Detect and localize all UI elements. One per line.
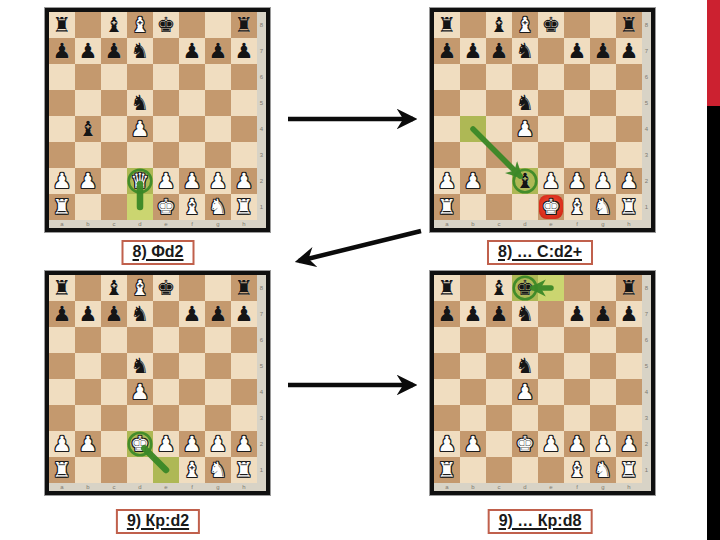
square-a4	[434, 116, 460, 142]
file-label-d: d	[512, 220, 538, 228]
square-e4	[538, 379, 564, 405]
piece-white-rook: ♜	[620, 457, 639, 483]
piece-white-pawn: ♟	[620, 431, 639, 457]
piece-black-king: ♚	[157, 275, 176, 301]
piece-black-king: ♚	[542, 12, 561, 38]
piece-white-rook: ♜	[438, 194, 457, 220]
square-b2: ♟	[460, 431, 486, 457]
square-g7: ♟	[590, 301, 616, 327]
square-f7: ♟	[179, 38, 205, 64]
square-a6	[49, 64, 75, 90]
board-1-rank-labels: 87654321	[257, 12, 266, 220]
piece-black-bishop: ♝	[516, 168, 535, 194]
square-c7: ♟	[486, 38, 512, 64]
square-b4	[460, 116, 486, 142]
square-d4: ♟	[512, 116, 538, 142]
piece-white-rook: ♜	[235, 194, 254, 220]
square-d5: ♞	[127, 90, 153, 116]
board-2-rank-labels: 87654321	[642, 12, 651, 220]
piece-black-pawn: ♟	[568, 301, 587, 327]
piece-white-bishop: ♝	[131, 12, 150, 38]
square-g7: ♟	[205, 38, 231, 64]
square-f7: ♟	[564, 38, 590, 64]
arrow-board2-to-board3	[299, 231, 421, 261]
piece-black-pawn: ♟	[235, 38, 254, 64]
piece-black-pawn: ♟	[235, 301, 254, 327]
square-a3	[49, 142, 75, 168]
square-g4	[590, 379, 616, 405]
piece-black-knight: ♞	[131, 301, 150, 327]
square-h8: ♜	[616, 12, 642, 38]
piece-white-knight: ♞	[209, 457, 228, 483]
piece-black-pawn: ♟	[594, 38, 613, 64]
piece-white-pawn: ♟	[464, 431, 483, 457]
square-e1	[538, 457, 564, 483]
rank-label-1: 1	[642, 194, 651, 220]
square-g8	[205, 12, 231, 38]
square-e2: ♟	[538, 431, 564, 457]
square-g1: ♞	[590, 194, 616, 220]
chess-board-3: ♜♝♝♚♜♟♟♟♞♟♟♟♞♟♟♟♚♟♟♟♟♜♝♞♜ 87654321 abcde…	[44, 270, 271, 496]
board-2-squares: ♜♝♝♚♜♟♟♟♞♟♟♟♞♟♟♟♝♟♟♟♟♜♚♝♞♜	[434, 12, 642, 220]
square-g2: ♟	[205, 168, 231, 194]
square-g4	[590, 116, 616, 142]
square-f5	[564, 90, 590, 116]
square-c8: ♝	[486, 12, 512, 38]
square-f4	[179, 116, 205, 142]
piece-black-bishop: ♝	[79, 116, 98, 142]
file-label-f: f	[564, 220, 590, 228]
square-g8	[590, 275, 616, 301]
rank-label-6: 6	[642, 64, 651, 90]
square-d5: ♞	[127, 353, 153, 379]
square-d3	[127, 142, 153, 168]
piece-white-pawn: ♟	[157, 431, 176, 457]
square-d4: ♟	[127, 379, 153, 405]
piece-black-knight: ♞	[131, 353, 150, 379]
rank-label-8: 8	[642, 275, 651, 301]
square-c3	[486, 142, 512, 168]
piece-white-bishop: ♝	[183, 457, 202, 483]
file-label-g: g	[590, 220, 616, 228]
rank-label-2: 2	[642, 168, 651, 194]
square-c4	[101, 379, 127, 405]
square-d8: ♝	[512, 12, 538, 38]
square-a6	[49, 327, 75, 353]
square-g8	[590, 12, 616, 38]
piece-black-pawn: ♟	[183, 301, 202, 327]
square-h7: ♟	[616, 38, 642, 64]
file-label-d: d	[127, 483, 153, 491]
square-f5	[564, 353, 590, 379]
square-b5	[460, 353, 486, 379]
square-g3	[590, 405, 616, 431]
square-g6	[205, 327, 231, 353]
square-c6	[101, 64, 127, 90]
piece-black-pawn: ♟	[464, 301, 483, 327]
file-label-b: b	[460, 220, 486, 228]
square-e5	[153, 353, 179, 379]
square-f4	[564, 379, 590, 405]
square-h3	[231, 405, 257, 431]
square-b2: ♟	[460, 168, 486, 194]
square-a5	[434, 353, 460, 379]
square-a7: ♟	[434, 38, 460, 64]
square-b7: ♟	[75, 301, 101, 327]
piece-white-pawn: ♟	[183, 168, 202, 194]
piece-black-pawn: ♟	[79, 301, 98, 327]
square-b2: ♟	[75, 168, 101, 194]
square-c8: ♝	[101, 12, 127, 38]
rank-label-3: 3	[642, 405, 651, 431]
rank-label-8: 8	[257, 12, 266, 38]
piece-white-pawn: ♟	[131, 116, 150, 142]
square-d7: ♞	[127, 38, 153, 64]
square-e1: ♚	[538, 194, 564, 220]
square-g5	[590, 353, 616, 379]
piece-black-rook: ♜	[438, 275, 457, 301]
piece-white-king: ♚	[131, 431, 150, 457]
file-label-g: g	[205, 483, 231, 491]
rank-label-8: 8	[642, 12, 651, 38]
square-c3	[101, 142, 127, 168]
piece-black-pawn: ♟	[490, 38, 509, 64]
board-1-squares: ♜♝♝♚♜♟♟♟♞♟♟♟♞♝♟♟♟♛♟♟♟♟♜♚♝♞♜	[49, 12, 257, 220]
square-e8: ♚	[538, 12, 564, 38]
square-f8	[564, 12, 590, 38]
square-c1	[486, 194, 512, 220]
square-b2: ♟	[75, 431, 101, 457]
file-label-c: c	[101, 220, 127, 228]
square-g6	[205, 64, 231, 90]
piece-black-pawn: ♟	[568, 38, 587, 64]
file-label-e: e	[538, 483, 564, 491]
square-a6	[434, 327, 460, 353]
square-g4	[205, 116, 231, 142]
board-4-file-labels: abcdefgh	[434, 483, 642, 491]
piece-black-pawn: ♟	[209, 38, 228, 64]
square-g6	[590, 327, 616, 353]
piece-black-bishop: ♝	[490, 275, 509, 301]
piece-white-pawn: ♟	[594, 431, 613, 457]
file-label-d: d	[127, 220, 153, 228]
file-label-e: e	[538, 220, 564, 228]
square-e5	[538, 353, 564, 379]
square-a3	[434, 405, 460, 431]
square-b5	[75, 353, 101, 379]
piece-black-knight: ♞	[516, 38, 535, 64]
square-c4	[486, 379, 512, 405]
piece-black-pawn: ♟	[594, 301, 613, 327]
square-a2: ♟	[434, 168, 460, 194]
board-4-corner	[642, 483, 651, 491]
piece-white-bishop: ♝	[568, 457, 587, 483]
piece-white-bishop: ♝	[131, 275, 150, 301]
piece-black-rook: ♜	[53, 12, 72, 38]
square-f3	[564, 405, 590, 431]
piece-white-pawn: ♟	[516, 379, 535, 405]
square-d7: ♞	[512, 301, 538, 327]
piece-black-rook: ♜	[620, 275, 639, 301]
square-e2: ♟	[538, 168, 564, 194]
rank-label-5: 5	[642, 90, 651, 116]
square-h6	[231, 64, 257, 90]
square-d2: ♛	[127, 168, 153, 194]
file-label-h: h	[231, 483, 257, 491]
board-1-corner	[257, 220, 266, 228]
square-f8	[179, 12, 205, 38]
rank-label-2: 2	[257, 168, 266, 194]
square-h4	[616, 379, 642, 405]
piece-white-bishop: ♝	[568, 194, 587, 220]
square-d6	[512, 64, 538, 90]
chess-board-4: ♜♝♚♜♟♟♟♞♟♟♟♞♟♟♟♚♟♟♟♟♜♝♞♜ 87654321 abcdef…	[429, 270, 656, 496]
square-h6	[616, 64, 642, 90]
square-h1: ♜	[231, 194, 257, 220]
square-b8	[460, 12, 486, 38]
square-e1: ♚	[153, 194, 179, 220]
square-b8	[460, 275, 486, 301]
piece-white-pawn: ♟	[79, 431, 98, 457]
piece-black-pawn: ♟	[620, 38, 639, 64]
square-d8: ♝	[127, 12, 153, 38]
square-c2	[486, 168, 512, 194]
square-a3	[434, 142, 460, 168]
square-h8: ♜	[231, 12, 257, 38]
square-h7: ♟	[616, 301, 642, 327]
square-h3	[616, 142, 642, 168]
square-h5	[231, 90, 257, 116]
square-d3	[512, 142, 538, 168]
square-h4	[231, 379, 257, 405]
piece-white-pawn: ♟	[464, 168, 483, 194]
square-e5	[538, 90, 564, 116]
square-e8	[538, 275, 564, 301]
square-a8: ♜	[49, 275, 75, 301]
file-label-c: c	[486, 483, 512, 491]
square-b5	[460, 90, 486, 116]
square-c2	[101, 431, 127, 457]
square-f3	[564, 142, 590, 168]
square-c4	[486, 116, 512, 142]
move-label-3: 9) Кр:d2	[116, 509, 200, 534]
file-label-a: a	[49, 220, 75, 228]
piece-white-pawn: ♟	[235, 431, 254, 457]
square-e4	[538, 116, 564, 142]
square-c2	[101, 168, 127, 194]
board-3-rank-labels: 87654321	[257, 275, 266, 483]
square-h1: ♜	[616, 457, 642, 483]
square-d8: ♚	[512, 275, 538, 301]
file-label-g: g	[205, 220, 231, 228]
piece-black-rook: ♜	[53, 275, 72, 301]
piece-black-pawn: ♟	[490, 301, 509, 327]
piece-black-knight: ♞	[131, 38, 150, 64]
board-3-file-labels: abcdefgh	[49, 483, 257, 491]
square-e3	[153, 142, 179, 168]
square-g8	[205, 275, 231, 301]
piece-white-pawn: ♟	[209, 431, 228, 457]
board-4-squares: ♜♝♚♜♟♟♟♞♟♟♟♞♟♟♟♚♟♟♟♟♜♝♞♜	[434, 275, 642, 483]
square-g5	[590, 90, 616, 116]
square-a5	[49, 90, 75, 116]
square-g4	[205, 379, 231, 405]
square-f1: ♝	[564, 194, 590, 220]
square-d4: ♟	[512, 379, 538, 405]
file-label-f: f	[564, 483, 590, 491]
square-b3	[460, 142, 486, 168]
square-a1: ♜	[434, 194, 460, 220]
file-label-a: a	[434, 483, 460, 491]
piece-white-pawn: ♟	[79, 168, 98, 194]
square-f8	[179, 275, 205, 301]
square-a7: ♟	[49, 301, 75, 327]
square-f7: ♟	[179, 301, 205, 327]
board-2-corner	[642, 220, 651, 228]
piece-black-pawn: ♟	[438, 301, 457, 327]
piece-black-pawn: ♟	[53, 301, 72, 327]
square-g2: ♟	[205, 431, 231, 457]
move-label-2: 8) … С:d2+	[487, 240, 593, 265]
square-g7: ♟	[590, 38, 616, 64]
piece-black-rook: ♜	[235, 275, 254, 301]
square-b1	[75, 457, 101, 483]
piece-white-rook: ♜	[235, 457, 254, 483]
piece-white-pawn: ♟	[516, 116, 535, 142]
square-h7: ♟	[231, 38, 257, 64]
square-a8: ♜	[434, 12, 460, 38]
square-a5	[49, 353, 75, 379]
piece-white-rook: ♜	[438, 457, 457, 483]
piece-black-pawn: ♟	[438, 38, 457, 64]
square-e8: ♚	[153, 12, 179, 38]
piece-white-pawn: ♟	[131, 379, 150, 405]
square-g3	[205, 405, 231, 431]
piece-black-bishop: ♝	[105, 12, 124, 38]
square-a7: ♟	[49, 38, 75, 64]
square-g2: ♟	[590, 431, 616, 457]
piece-white-pawn: ♟	[209, 168, 228, 194]
file-label-f: f	[179, 220, 205, 228]
square-b3	[75, 142, 101, 168]
square-g6	[590, 64, 616, 90]
square-c2	[486, 431, 512, 457]
square-d3	[127, 405, 153, 431]
square-g5	[205, 90, 231, 116]
square-d1	[512, 457, 538, 483]
square-f2: ♟	[564, 168, 590, 194]
piece-white-pawn: ♟	[438, 168, 457, 194]
square-d2: ♚	[512, 431, 538, 457]
board-3-squares: ♜♝♝♚♜♟♟♟♞♟♟♟♞♟♟♟♚♟♟♟♟♜♝♞♜	[49, 275, 257, 483]
file-label-e: e	[153, 220, 179, 228]
square-a1: ♜	[49, 194, 75, 220]
piece-black-pawn: ♟	[105, 301, 124, 327]
square-a2: ♟	[434, 431, 460, 457]
square-d4: ♟	[127, 116, 153, 142]
file-label-f: f	[179, 483, 205, 491]
square-f1: ♝	[179, 194, 205, 220]
rank-label-5: 5	[257, 353, 266, 379]
piece-white-pawn: ♟	[542, 431, 561, 457]
square-e6	[538, 64, 564, 90]
file-label-g: g	[590, 483, 616, 491]
piece-white-knight: ♞	[594, 457, 613, 483]
square-d1	[127, 457, 153, 483]
square-f2: ♟	[564, 431, 590, 457]
piece-black-pawn: ♟	[105, 38, 124, 64]
square-d6	[127, 64, 153, 90]
square-a8: ♜	[434, 275, 460, 301]
square-b8	[75, 275, 101, 301]
square-f3	[179, 405, 205, 431]
square-a1: ♜	[49, 457, 75, 483]
square-d3	[512, 405, 538, 431]
square-f1: ♝	[179, 457, 205, 483]
square-h2: ♟	[231, 168, 257, 194]
chess-board-1: ♜♝♝♚♜♟♟♟♞♟♟♟♞♝♟♟♟♛♟♟♟♟♜♚♝♞♜ 87654321 abc…	[44, 7, 271, 233]
piece-white-pawn: ♟	[438, 431, 457, 457]
square-b6	[460, 64, 486, 90]
board-4-rank-labels: 87654321	[642, 275, 651, 483]
piece-black-knight: ♞	[516, 353, 535, 379]
piece-black-bishop: ♝	[490, 12, 509, 38]
square-a2: ♟	[49, 431, 75, 457]
square-d6	[127, 327, 153, 353]
square-a1: ♜	[434, 457, 460, 483]
rank-label-3: 3	[257, 142, 266, 168]
square-d5: ♞	[512, 90, 538, 116]
square-c1	[101, 194, 127, 220]
chess-lesson-slide: ♜♝♝♚♜♟♟♟♞♟♟♟♞♝♟♟♟♛♟♟♟♟♜♚♝♞♜ 87654321 abc…	[0, 0, 720, 540]
square-f4	[564, 116, 590, 142]
piece-white-pawn: ♟	[183, 431, 202, 457]
square-c8: ♝	[486, 275, 512, 301]
piece-black-pawn: ♟	[79, 38, 98, 64]
square-b1	[460, 457, 486, 483]
file-label-h: h	[616, 483, 642, 491]
square-e7	[153, 301, 179, 327]
square-c6	[101, 327, 127, 353]
red-accent-bar	[707, 0, 720, 106]
piece-white-king: ♚	[542, 194, 561, 220]
square-b6	[75, 327, 101, 353]
rank-label-3: 3	[257, 405, 266, 431]
square-e4	[153, 116, 179, 142]
file-label-d: d	[512, 483, 538, 491]
rank-label-1: 1	[257, 457, 266, 483]
square-g3	[590, 142, 616, 168]
square-b6	[75, 64, 101, 90]
piece-white-pawn: ♟	[235, 168, 254, 194]
square-h1: ♜	[231, 457, 257, 483]
piece-white-rook: ♜	[620, 194, 639, 220]
file-label-a: a	[434, 220, 460, 228]
square-g7: ♟	[205, 301, 231, 327]
square-b4: ♝	[75, 116, 101, 142]
square-e4	[153, 379, 179, 405]
square-e3	[538, 142, 564, 168]
piece-black-knight: ♞	[131, 90, 150, 116]
square-h1: ♜	[616, 194, 642, 220]
rank-label-7: 7	[257, 38, 266, 64]
square-f2: ♟	[179, 168, 205, 194]
board-2-file-labels: abcdefgh	[434, 220, 642, 228]
rank-label-8: 8	[257, 275, 266, 301]
square-a3	[49, 405, 75, 431]
square-e7	[538, 301, 564, 327]
square-b1	[75, 194, 101, 220]
